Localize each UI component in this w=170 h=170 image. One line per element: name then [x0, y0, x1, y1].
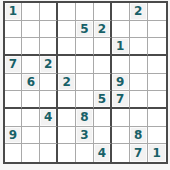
cell-r6c2[interactable] — [22, 91, 40, 109]
cell-r4c5[interactable] — [76, 56, 94, 74]
cell-r2c3[interactable] — [40, 21, 58, 39]
cell-r4c3: 2 — [40, 56, 58, 74]
cell-r1c2[interactable] — [22, 3, 40, 21]
cell-r8c5: 3 — [76, 127, 94, 145]
cell-r1c1: 1 — [5, 3, 23, 21]
cell-r5c8[interactable] — [130, 74, 148, 92]
cell-r7c8[interactable] — [130, 109, 148, 127]
cell-r2c7[interactable] — [112, 21, 130, 39]
cell-r7c6[interactable] — [94, 109, 112, 127]
cell-r2c1[interactable] — [5, 21, 23, 39]
cell-r5c5[interactable] — [76, 74, 94, 92]
cell-r4c9[interactable] — [148, 56, 166, 74]
cell-r6c1[interactable] — [5, 91, 23, 109]
cell-r4c4[interactable] — [58, 56, 76, 74]
cell-r5c3[interactable] — [40, 74, 58, 92]
cell-r7c9[interactable] — [148, 109, 166, 127]
cell-r3c7: 1 — [112, 38, 130, 56]
cell-r7c7[interactable] — [112, 109, 130, 127]
cell-r4c6[interactable] — [94, 56, 112, 74]
cell-r6c4[interactable] — [58, 91, 76, 109]
cell-r9c9: 1 — [148, 144, 166, 162]
cell-r6c7: 7 — [112, 91, 130, 109]
cell-r8c3[interactable] — [40, 127, 58, 145]
cell-r6c8[interactable] — [130, 91, 148, 109]
cell-r3c4[interactable] — [58, 38, 76, 56]
cell-r1c8: 2 — [130, 3, 148, 21]
cell-r6c5[interactable] — [76, 91, 94, 109]
sudoku-puzzle: 12521726295748938471 — [0, 0, 170, 170]
cell-r4c8[interactable] — [130, 56, 148, 74]
cell-r8c2[interactable] — [22, 127, 40, 145]
cell-r9c7[interactable] — [112, 144, 130, 162]
cell-r8c4[interactable] — [58, 127, 76, 145]
cell-r8c7[interactable] — [112, 127, 130, 145]
cell-r9c8: 7 — [130, 144, 148, 162]
cell-r3c9[interactable] — [148, 38, 166, 56]
cell-r9c1[interactable] — [5, 144, 23, 162]
cell-r8c8: 8 — [130, 127, 148, 145]
cell-r2c8[interactable] — [130, 21, 148, 39]
cell-r2c9[interactable] — [148, 21, 166, 39]
cell-r1c9[interactable] — [148, 3, 166, 21]
cell-r2c5: 5 — [76, 21, 94, 39]
cell-r8c6[interactable] — [94, 127, 112, 145]
cell-r9c5[interactable] — [76, 144, 94, 162]
cell-r5c9[interactable] — [148, 74, 166, 92]
cell-r1c5[interactable] — [76, 3, 94, 21]
cell-r1c7[interactable] — [112, 3, 130, 21]
cell-r5c1[interactable] — [5, 74, 23, 92]
cell-r2c4[interactable] — [58, 21, 76, 39]
cell-r3c2[interactable] — [22, 38, 40, 56]
cell-r4c2[interactable] — [22, 56, 40, 74]
cell-r5c2: 6 — [22, 74, 40, 92]
cell-r3c1[interactable] — [5, 38, 23, 56]
cell-r3c5[interactable] — [76, 38, 94, 56]
cell-r3c8[interactable] — [130, 38, 148, 56]
cell-r8c1: 9 — [5, 127, 23, 145]
cell-r1c6[interactable] — [94, 3, 112, 21]
cell-r4c7[interactable] — [112, 56, 130, 74]
cell-r1c3[interactable] — [40, 3, 58, 21]
cell-r9c2[interactable] — [22, 144, 40, 162]
cell-r9c3[interactable] — [40, 144, 58, 162]
cell-r7c5: 8 — [76, 109, 94, 127]
cell-r7c1[interactable] — [5, 109, 23, 127]
cell-r5c7: 9 — [112, 74, 130, 92]
cell-r6c3[interactable] — [40, 91, 58, 109]
cell-r7c2[interactable] — [22, 109, 40, 127]
cell-r9c4[interactable] — [58, 144, 76, 162]
cell-r2c2[interactable] — [22, 21, 40, 39]
cell-r8c9[interactable] — [148, 127, 166, 145]
cell-r5c4: 2 — [58, 74, 76, 92]
cell-r3c6[interactable] — [94, 38, 112, 56]
cell-r1c4[interactable] — [58, 3, 76, 21]
cell-r9c6: 4 — [94, 144, 112, 162]
cell-r7c3: 4 — [40, 109, 58, 127]
cell-r3c3[interactable] — [40, 38, 58, 56]
cell-r6c9[interactable] — [148, 91, 166, 109]
cell-r7c4[interactable] — [58, 109, 76, 127]
cell-r5c6[interactable] — [94, 74, 112, 92]
cell-r6c6: 5 — [94, 91, 112, 109]
cell-r2c6: 2 — [94, 21, 112, 39]
sudoku-grid: 12521726295748938471 — [3, 1, 168, 164]
cell-r4c1: 7 — [5, 56, 23, 74]
